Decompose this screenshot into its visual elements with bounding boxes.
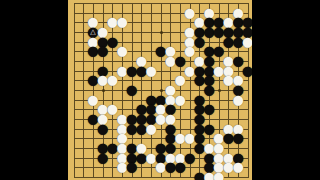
white-stone: ●: [213, 171, 225, 180]
letterbox-right: [252, 0, 320, 180]
white-stone: ●: [232, 94, 244, 106]
white-stone: ●: [232, 161, 244, 173]
go-board[interactable]: ●●●●●●●●●●●●●△●●●●●●●●●●●●●●●●●●●●●●●●●●…: [68, 0, 252, 180]
white-stone: ●: [116, 16, 128, 28]
black-stone: ●: [126, 161, 138, 173]
white-stone: ●: [145, 123, 157, 135]
black-stone: ●: [97, 45, 109, 57]
letterbox-left: [0, 0, 68, 180]
black-stone: ●: [232, 132, 244, 144]
screenshot-stage: ●●●●●●●●●●●●●△●●●●●●●●●●●●●●●●●●●●●●●●●●…: [0, 0, 320, 180]
star-point: [218, 89, 221, 92]
white-stone: ●: [145, 65, 157, 77]
white-stone: ●: [116, 45, 128, 57]
black-stone: ●: [97, 123, 109, 135]
star-point: [160, 31, 163, 34]
black-stone: ●: [126, 84, 138, 96]
white-stone: ●: [106, 74, 118, 86]
star-point: [102, 89, 105, 92]
black-stone: ●: [174, 161, 186, 173]
black-stone: ●: [97, 152, 109, 164]
